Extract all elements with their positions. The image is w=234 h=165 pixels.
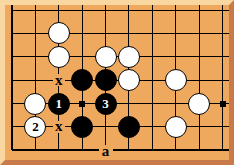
white-stone [24,93,46,115]
board-intersection [47,22,70,45]
black-stone [71,116,93,138]
board-intersection: x [47,68,70,91]
board-intersection [0,45,23,68]
board-intersection [0,0,23,22]
board-intersection [24,22,47,45]
board-intersection [187,139,210,162]
board-intersection [94,115,117,138]
board-intersection: a [94,139,117,162]
board-intersection [164,22,187,45]
board-intersection [117,92,140,115]
board-intersection [164,45,187,68]
white-stone [95,46,117,68]
board-intersection [70,139,93,162]
board-intersection [211,45,234,68]
board-intersection [94,22,117,45]
x-mark: x [53,121,65,133]
board-intersection [164,115,187,138]
board-intersection [94,0,117,22]
black-stone-move-1: 1 [48,93,70,115]
board-intersection [141,45,164,68]
board-intersection: 2 [24,115,47,138]
white-stone [188,93,210,115]
board-intersection [117,139,140,162]
board-intersection: x [47,115,70,138]
board-intersection [211,68,234,91]
board-intersection [24,68,47,91]
board-intersection [117,0,140,22]
board-intersection [117,68,140,91]
board-intersection [164,0,187,22]
board-intersection [211,0,234,22]
board-intersection [187,45,210,68]
board-intersection [0,22,23,45]
board-intersection: 3 [94,92,117,115]
board-intersection [141,0,164,22]
white-stone [118,46,140,68]
white-stone [165,69,187,91]
board-intersection [70,68,93,91]
board-intersection [164,92,187,115]
board-intersection: 1 [47,92,70,115]
point-label: a [99,145,113,158]
board-intersection [187,115,210,138]
board-intersection [0,92,23,115]
board-intersection [24,0,47,22]
board-intersection [117,22,140,45]
white-stone [165,116,187,138]
board-intersection [117,45,140,68]
board-intersection [164,139,187,162]
board-intersection [0,139,23,162]
white-stone [48,46,70,68]
board-intersection [47,0,70,22]
square-mark [220,101,226,107]
board-intersection [70,115,93,138]
black-stone [118,116,140,138]
board-intersection [47,45,70,68]
white-stone [48,22,70,44]
board-intersection [0,115,23,138]
board-intersection [187,22,210,45]
board-intersection [141,22,164,45]
board-intersection [24,92,47,115]
board-intersection [141,68,164,91]
board-intersection [47,139,70,162]
board-intersection [94,45,117,68]
board-intersection [141,139,164,162]
board-intersection [211,115,234,138]
white-stone [118,69,140,91]
board-intersection [141,92,164,115]
board-intersection [141,115,164,138]
go-board-diagram: x132xa [0,0,234,165]
board-intersection [70,92,93,115]
board-intersection [70,45,93,68]
board-intersection [24,45,47,68]
board-intersection [94,68,117,91]
board-intersection [117,115,140,138]
board-intersection [164,68,187,91]
white-stone-move-2: 2 [24,116,46,138]
board-intersection [187,0,210,22]
go-board: x132xa [0,0,234,162]
board-intersection [211,139,234,162]
board-intersection [211,92,234,115]
square-mark [79,101,85,107]
black-stone [71,69,93,91]
x-mark: x [53,74,65,86]
board-intersection [211,22,234,45]
board-intersection [187,68,210,91]
board-intersection [70,0,93,22]
board-intersection [24,139,47,162]
board-intersection [187,92,210,115]
black-stone [95,69,117,91]
black-stone-move-3: 3 [95,93,117,115]
board-intersection [0,68,23,91]
board-intersection [70,22,93,45]
